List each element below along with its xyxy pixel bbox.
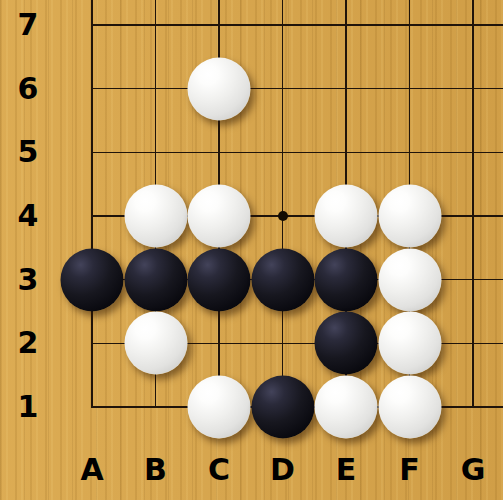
row-label-6: 6 [18,74,39,104]
grid-line-col-A [91,0,92,408]
stone-white-F2 [378,312,441,375]
go-board-diagram: ABCDEFG7654321 [0,0,503,500]
row-label-5: 5 [18,137,39,167]
stone-black-D3 [251,248,314,311]
stone-black-E3 [315,248,378,311]
stone-white-C4 [188,184,251,247]
stone-black-A3 [61,248,124,311]
col-label-A: A [80,455,103,485]
row-label-3: 3 [18,265,39,295]
grid-line-row-5 [91,152,503,153]
stone-black-D1 [251,376,314,439]
stone-white-E1 [315,376,378,439]
col-label-F: F [399,455,420,485]
stone-black-C3 [188,248,251,311]
stone-white-F1 [378,376,441,439]
row-label-1: 1 [18,392,39,422]
stone-white-C1 [188,376,251,439]
grid-line-col-D [282,0,283,408]
stone-white-C6 [188,57,251,120]
stone-white-B4 [124,184,187,247]
row-label-4: 4 [18,201,39,231]
grid-line-col-G [472,0,473,408]
stone-white-F4 [378,184,441,247]
row-label-2: 2 [18,328,39,358]
star-point-D4 [278,211,288,221]
col-label-B: B [144,455,167,485]
col-label-E: E [336,455,357,485]
stone-white-F3 [378,248,441,311]
col-label-D: D [270,455,295,485]
grid-line-row-7 [91,24,503,25]
stone-white-E4 [315,184,378,247]
stone-black-E2 [315,312,378,375]
row-label-7: 7 [18,10,39,40]
stone-black-B3 [124,248,187,311]
grid-line-row-6 [91,88,503,89]
stone-white-B2 [124,312,187,375]
col-label-C: C [208,455,230,485]
col-label-G: G [461,455,486,485]
